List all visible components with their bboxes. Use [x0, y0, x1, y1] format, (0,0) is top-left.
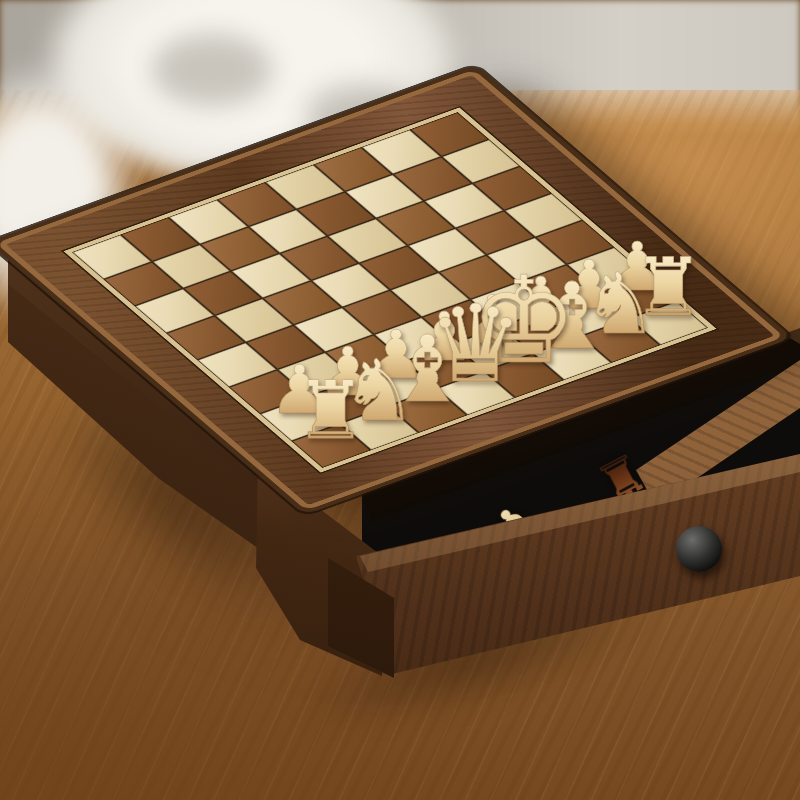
chess-product-photo: ♟♜ ♜♞♝♚♛♝♞♜♟♟♟♟♟♟♟♟♟♟♟♟♟♟♟♟♜♞♝♛♚♝♞♜ [0, 0, 800, 800]
drawer-knob[interactable] [676, 526, 722, 572]
towel-crease [152, 34, 272, 106]
